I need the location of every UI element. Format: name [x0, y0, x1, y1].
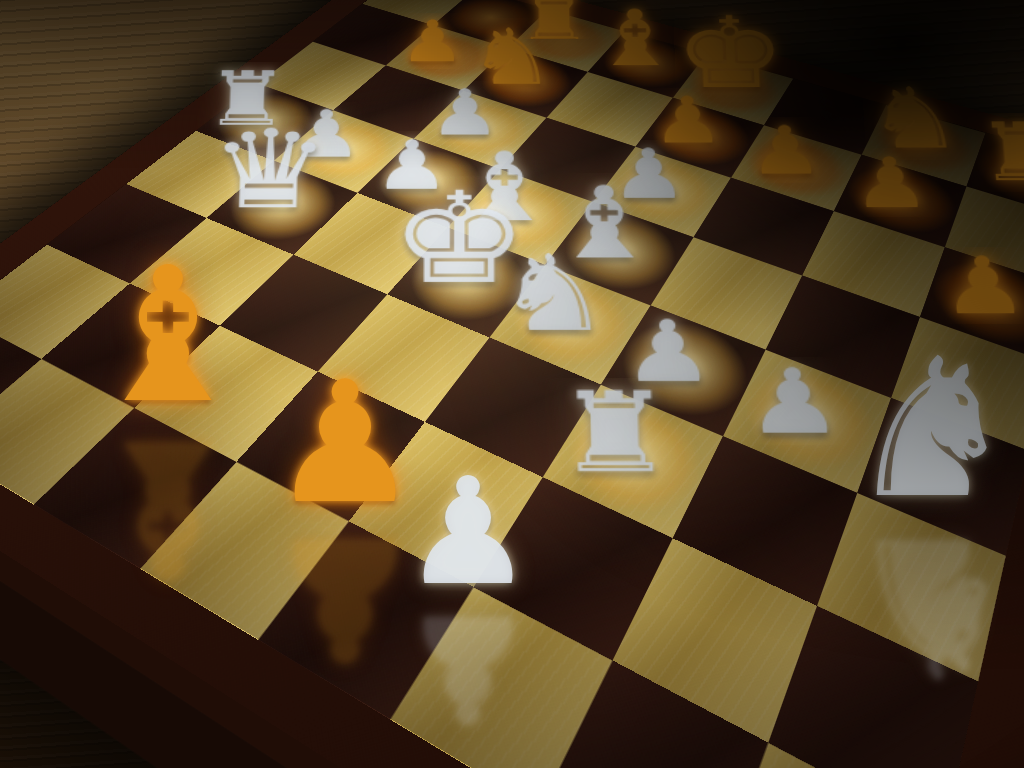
piece-white-rook-f3[interactable]: ♜	[545, 377, 686, 488]
piece-black-pawn-f7[interactable]: ♟	[733, 117, 840, 184]
piece-black-bishop-d8[interactable]: ♝	[589, 0, 682, 77]
piece-black-pawn-b7[interactable]: ♟	[387, 13, 478, 70]
piece-white-pawn-g4[interactable]: ♟	[725, 357, 863, 447]
board-perspective-scene: ♛♜♝♚♞♜♟♞♟♟♟♟♟♟♜♟♟♝♝♛♚♞♟♟♜	[0, 0, 1024, 768]
piece-white-king-d4[interactable]: ♚	[389, 176, 507, 303]
piece-black-pawn-h6[interactable]: ♟	[921, 246, 1024, 325]
piece-white-queen-b4[interactable]: ♛	[207, 116, 318, 225]
chess-scene: ♛♜♝♚♞♜♟♞♟♟♟♟♟♟♜♟♟♝♝♛♚♞♟♟♜ ♝♝♟♟♟♟♞♞	[0, 0, 1024, 768]
piece-white-knight-e4[interactable]: ♞	[492, 240, 616, 346]
square-a3[interactable]	[47, 184, 207, 283]
chess-board: ♛♜♝♚♞♜♟♞♟♟♟♟♟♟♜♟♟♝♝♛♚♞♟♟♜	[0, 0, 1024, 768]
square-h2[interactable]	[768, 606, 978, 768]
square-c3[interactable]	[220, 255, 388, 372]
board-anchor: ♛♜♝♚♞♜♟♞♟♟♟♟♟♟♜♟♟♝♝♛♚♞♟♟♜	[0, 0, 1024, 768]
board-frame: ♛♜♝♚♞♜♟♞♟♟♟♟♟♟♜♟♟♝♝♛♚♞♟♟♜	[0, 0, 1024, 768]
piece-black-pawn-g7[interactable]: ♟	[835, 148, 947, 218]
piece-black-rook-h8[interactable]: ♜	[966, 113, 1024, 193]
